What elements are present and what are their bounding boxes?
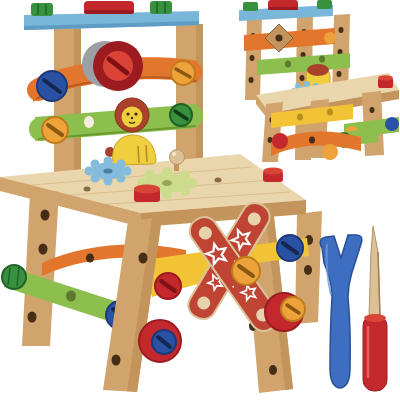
red-bolt-yellow-slat (155, 273, 181, 299)
small-chair (239, 0, 399, 162)
green-cap-nut-right (150, 1, 172, 14)
red-nut-right-leg (265, 293, 305, 331)
screwdriver-handle (363, 314, 387, 391)
amber-bolt-green-slat (42, 117, 68, 143)
scene-svg (0, 0, 400, 400)
green-hex-bolt (2, 265, 26, 289)
red-knob-seat (134, 185, 160, 203)
small-green-nut-left (243, 2, 258, 11)
blue-bolt-yellow-slat (277, 235, 303, 261)
red-cap-top (84, 1, 134, 14)
small-red-knob (378, 75, 393, 88)
blue-bolt-back-left (37, 71, 67, 101)
slat-hole (84, 116, 94, 128)
amber-bolt-back-right (171, 61, 195, 85)
small-red-cap (268, 0, 298, 10)
green-cap-nut-left (31, 3, 53, 16)
toy-screwdriver (363, 226, 387, 391)
product-photo (0, 0, 400, 400)
amber-bolt-x-center (232, 257, 260, 285)
green-bolt-green-slat (170, 104, 192, 126)
small-post-left (245, 15, 262, 100)
big-red-bolt (93, 41, 143, 91)
small-green-nut-right (317, 0, 332, 9)
back-post-left (54, 26, 81, 186)
red-disc-nut-left (139, 320, 181, 362)
toy-wrench (320, 235, 362, 388)
red-knob-back (263, 168, 283, 183)
